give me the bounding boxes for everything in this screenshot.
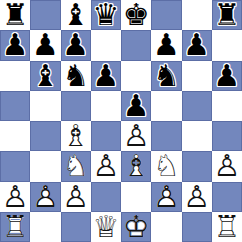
square-e4[interactable]: ♟ [121,121,151,151]
square-e6[interactable] [121,61,151,91]
black-knight[interactable]: ♞ [153,61,180,91]
black-pawn[interactable]: ♟ [153,30,180,60]
square-a1[interactable]: ♜ [0,212,30,242]
square-h6[interactable]: ♟ [212,61,242,91]
square-c4[interactable]: ♝ [61,121,91,151]
square-c5[interactable] [61,91,91,121]
black-rook[interactable]: ♜ [2,0,29,30]
square-b3[interactable] [30,151,60,181]
square-e3[interactable]: ♝ [121,151,151,181]
white-pawn[interactable]: ♟ [153,182,180,212]
square-h4[interactable] [212,121,242,151]
white-rook[interactable]: ♜ [2,212,29,242]
white-rook[interactable]: ♜ [213,212,240,242]
black-pawn[interactable]: ♟ [123,91,150,121]
square-g4[interactable] [182,121,212,151]
square-a6[interactable] [0,61,30,91]
square-b2[interactable]: ♟ [30,182,60,212]
square-g3[interactable] [182,151,212,181]
square-h3[interactable]: ♟ [212,151,242,181]
square-b8[interactable] [30,0,60,30]
square-c6[interactable]: ♞ [61,61,91,91]
square-g2[interactable]: ♟ [182,182,212,212]
black-bishop[interactable]: ♝ [62,0,89,30]
square-d4[interactable] [91,121,121,151]
square-f7[interactable]: ♟ [151,30,181,60]
square-a8[interactable]: ♜ [0,0,30,30]
black-pawn[interactable]: ♟ [32,30,59,60]
white-bishop[interactable]: ♝ [62,121,89,151]
square-h7[interactable] [212,30,242,60]
square-f4[interactable] [151,121,181,151]
black-pawn[interactable]: ♟ [62,30,89,60]
square-d6[interactable]: ♟ [91,61,121,91]
white-pawn[interactable]: ♟ [62,182,89,212]
square-e1[interactable]: ♚ [121,212,151,242]
square-b6[interactable]: ♝ [30,61,60,91]
black-king[interactable]: ♚ [123,0,150,30]
square-b4[interactable] [30,121,60,151]
square-c2[interactable]: ♟ [61,182,91,212]
square-f5[interactable] [151,91,181,121]
square-c8[interactable]: ♝ [61,0,91,30]
square-d7[interactable] [91,30,121,60]
square-b1[interactable] [30,212,60,242]
square-c1[interactable] [61,212,91,242]
square-a2[interactable]: ♟ [0,182,30,212]
square-h8[interactable]: ♜ [212,0,242,30]
square-d2[interactable] [91,182,121,212]
black-bishop[interactable]: ♝ [32,61,59,91]
square-f2[interactable]: ♟ [151,182,181,212]
black-pawn[interactable]: ♟ [2,30,29,60]
white-pawn[interactable]: ♟ [213,151,240,181]
white-pawn[interactable]: ♟ [2,182,29,212]
white-knight[interactable]: ♞ [153,151,180,181]
square-a7[interactable]: ♟ [0,30,30,60]
black-queen[interactable]: ♛ [92,0,119,30]
square-f6[interactable]: ♞ [151,61,181,91]
white-bishop[interactable]: ♝ [123,151,150,181]
square-b5[interactable] [30,91,60,121]
white-pawn[interactable]: ♟ [183,182,210,212]
square-e8[interactable]: ♚ [121,0,151,30]
square-g1[interactable] [182,212,212,242]
square-g6[interactable] [182,61,212,91]
white-pawn[interactable]: ♟ [123,121,150,151]
square-h5[interactable] [212,91,242,121]
square-c7[interactable]: ♟ [61,30,91,60]
square-g7[interactable]: ♟ [182,30,212,60]
square-e5[interactable]: ♟ [121,91,151,121]
black-pawn[interactable]: ♟ [183,30,210,60]
white-pawn[interactable]: ♟ [32,182,59,212]
square-e2[interactable] [121,182,151,212]
white-knight[interactable]: ♞ [62,151,89,181]
square-c3[interactable]: ♞ [61,151,91,181]
square-f1[interactable] [151,212,181,242]
square-a4[interactable] [0,121,30,151]
square-g8[interactable] [182,0,212,30]
square-d1[interactable]: ♛ [91,212,121,242]
black-pawn[interactable]: ♟ [213,61,240,91]
black-pawn[interactable]: ♟ [92,61,119,91]
square-d5[interactable] [91,91,121,121]
square-e7[interactable] [121,30,151,60]
square-d3[interactable]: ♟ [91,151,121,181]
black-rook[interactable]: ♜ [213,0,240,30]
chess-board: ♜♝♛♚♜♟♟♟♟♟♝♞♟♞♟♟♝♟♞♟♝♞♟♟♟♟♟♟♜♛♚♜ [0,0,242,242]
square-b7[interactable]: ♟ [30,30,60,60]
white-pawn[interactable]: ♟ [92,151,119,181]
square-a5[interactable] [0,91,30,121]
square-g5[interactable] [182,91,212,121]
square-h2[interactable] [212,182,242,212]
square-f8[interactable] [151,0,181,30]
square-d8[interactable]: ♛ [91,0,121,30]
square-f3[interactable]: ♞ [151,151,181,181]
white-queen[interactable]: ♛ [92,212,119,242]
white-king[interactable]: ♚ [123,212,150,242]
square-a3[interactable] [0,151,30,181]
square-h1[interactable]: ♜ [212,212,242,242]
black-knight[interactable]: ♞ [62,61,89,91]
